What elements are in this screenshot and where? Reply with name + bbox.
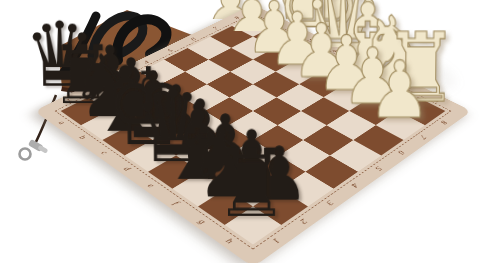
piece-glyph: ♜ [214,136,289,230]
piece-glyph: ♟ [368,51,431,130]
board-scene: abcdefgh abcdefgh 87654321 87654321 ♜♞♝♚… [0,0,500,263]
chess-mat: abcdefgh abcdefgh 87654321 87654321 ♜♞♝♚… [34,5,472,263]
chess-set-product-photo: abcdefgh abcdefgh 87654321 87654321 ♜♞♝♚… [0,0,500,263]
board-grid: ♜♞♝♚♛♝♞♜♟♟♟♟♟♟♟♟♟♟♟♟♟♟♟♟♜♞♝♚♛♝♞♜ [61,16,446,245]
